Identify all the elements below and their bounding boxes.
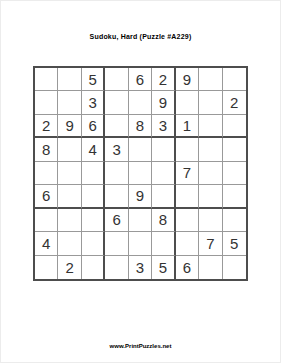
cell-r9c7: 6 [176, 256, 199, 279]
cell-r4c5 [129, 138, 152, 161]
cell-r7c3 [82, 209, 105, 232]
cell-r9c6: 5 [152, 256, 175, 279]
cell-r5c3 [82, 162, 105, 185]
cell-r5c1 [35, 162, 58, 185]
cell-r3c1: 2 [35, 115, 58, 138]
cell-r6c3 [82, 185, 105, 208]
sudoku-board: 5629392296831843769684752356 [33, 66, 248, 281]
cell-r3c7: 1 [176, 115, 199, 138]
cell-r6c9 [223, 185, 246, 208]
cell-r1c3: 5 [82, 68, 105, 91]
cell-r7c8 [199, 209, 222, 232]
cell-r4c4: 3 [105, 138, 128, 161]
cell-r1c2 [58, 68, 81, 91]
cell-r8c3 [82, 232, 105, 255]
cell-r9c9 [223, 256, 246, 279]
cell-r2c7 [176, 91, 199, 114]
cell-r8c6 [152, 232, 175, 255]
cell-r5c9 [223, 162, 246, 185]
cell-r1c7: 9 [176, 68, 199, 91]
cell-r8c7 [176, 232, 199, 255]
cell-r3c4 [105, 115, 128, 138]
cell-r1c4 [105, 68, 128, 91]
cell-r6c8 [199, 185, 222, 208]
cell-r8c9: 5 [223, 232, 246, 255]
cell-r5c7: 7 [176, 162, 199, 185]
cell-r9c2: 2 [58, 256, 81, 279]
cell-r3c2: 9 [58, 115, 81, 138]
cell-r8c4 [105, 232, 128, 255]
cell-r7c1 [35, 209, 58, 232]
cell-r2c1 [35, 91, 58, 114]
cell-r4c3: 4 [82, 138, 105, 161]
cell-r2c6: 9 [152, 91, 175, 114]
cell-r4c8 [199, 138, 222, 161]
cell-r9c1 [35, 256, 58, 279]
cell-r2c3: 3 [82, 91, 105, 114]
cell-r5c6 [152, 162, 175, 185]
cell-r1c6: 2 [152, 68, 175, 91]
cell-r6c1: 6 [35, 185, 58, 208]
cell-r7c5 [129, 209, 152, 232]
cell-r7c9 [223, 209, 246, 232]
cell-r3c5: 8 [129, 115, 152, 138]
cell-r5c5 [129, 162, 152, 185]
cell-r8c8: 7 [199, 232, 222, 255]
cell-r4c6 [152, 138, 175, 161]
cell-r9c3 [82, 256, 105, 279]
cell-r7c4: 6 [105, 209, 128, 232]
cell-r3c3: 6 [82, 115, 105, 138]
cell-r3c8 [199, 115, 222, 138]
cell-r8c5 [129, 232, 152, 255]
cell-r1c9 [223, 68, 246, 91]
cell-r1c1 [35, 68, 58, 91]
cell-r2c2 [58, 91, 81, 114]
cell-r1c8 [199, 68, 222, 91]
cell-r7c6: 8 [152, 209, 175, 232]
footer-url: www.PrintPuzzles.net [0, 343, 281, 349]
cell-r3c9 [223, 115, 246, 138]
cell-r6c4 [105, 185, 128, 208]
cell-r2c8 [199, 91, 222, 114]
cell-r1c5: 6 [129, 68, 152, 91]
cell-r9c5: 3 [129, 256, 152, 279]
puzzle-title: Sudoku, Hard (Puzzle #A229) [0, 33, 281, 40]
cell-r4c1: 8 [35, 138, 58, 161]
cell-r2c5 [129, 91, 152, 114]
cell-r5c8 [199, 162, 222, 185]
cell-r2c4 [105, 91, 128, 114]
cell-r3c6: 3 [152, 115, 175, 138]
cell-r6c5: 9 [129, 185, 152, 208]
cell-r2c9: 2 [223, 91, 246, 114]
cell-r7c7 [176, 209, 199, 232]
cell-r5c2 [58, 162, 81, 185]
cell-r9c4 [105, 256, 128, 279]
cell-r9c8 [199, 256, 222, 279]
cell-r8c1: 4 [35, 232, 58, 255]
cell-r8c2 [58, 232, 81, 255]
cell-r5c4 [105, 162, 128, 185]
sudoku-page: Sudoku, Hard (Puzzle #A229) 562939229683… [0, 0, 281, 363]
cell-r6c2 [58, 185, 81, 208]
cell-r4c2 [58, 138, 81, 161]
cell-r4c7 [176, 138, 199, 161]
cell-r7c2 [58, 209, 81, 232]
cell-r6c7 [176, 185, 199, 208]
cell-r6c6 [152, 185, 175, 208]
cell-r4c9 [223, 138, 246, 161]
